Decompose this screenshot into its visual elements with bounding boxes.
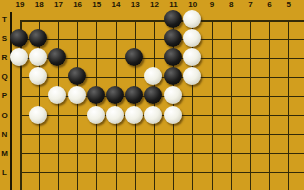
black-stone-11S[interactable] xyxy=(164,29,182,47)
white-stone-10Q[interactable] xyxy=(183,67,201,85)
column-label-9: 9 xyxy=(203,0,221,10)
grid-vline-13 xyxy=(135,20,136,190)
white-stone-12Q[interactable] xyxy=(144,67,162,85)
white-stone-11O[interactable] xyxy=(164,106,182,124)
column-label-13: 13 xyxy=(126,0,144,10)
black-stone-17R[interactable] xyxy=(48,48,66,66)
black-stone-12P[interactable] xyxy=(144,86,162,104)
column-label-7: 7 xyxy=(241,0,259,10)
black-stone-15P[interactable] xyxy=(87,86,105,104)
row-label-L: L xyxy=(0,168,9,178)
grid-vline-8 xyxy=(231,20,232,190)
grid-hline-Q xyxy=(20,77,304,78)
column-label-6: 6 xyxy=(261,0,279,10)
white-stone-15O[interactable] xyxy=(87,106,105,124)
grid-vline-12 xyxy=(154,20,155,190)
grid-hline-N xyxy=(20,134,304,135)
grid-vline-17 xyxy=(58,20,59,190)
column-label-18: 18 xyxy=(30,0,48,10)
row-label-M: M xyxy=(0,149,9,159)
black-stone-11Q[interactable] xyxy=(164,67,182,85)
go-board-view: 1918171615141312111098765 TSRQPONML xyxy=(0,0,304,190)
row-label-Q: Q xyxy=(0,72,9,82)
black-stone-11T[interactable] xyxy=(164,10,182,28)
column-label-16: 16 xyxy=(69,0,87,10)
white-stone-10S[interactable] xyxy=(183,29,201,47)
column-label-11: 11 xyxy=(165,0,183,10)
column-label-12: 12 xyxy=(145,0,163,10)
white-stone-18R[interactable] xyxy=(29,48,47,66)
black-stone-11R[interactable] xyxy=(164,48,182,66)
column-label-5: 5 xyxy=(280,0,298,10)
white-stone-11P[interactable] xyxy=(164,86,182,104)
white-stone-17P[interactable] xyxy=(48,86,66,104)
black-stone-13P[interactable] xyxy=(125,86,143,104)
black-stone-16Q[interactable] xyxy=(68,67,86,85)
column-label-15: 15 xyxy=(88,0,106,10)
grid-hline-O xyxy=(20,115,304,116)
column-label-19: 19 xyxy=(11,0,29,10)
black-stone-19S[interactable] xyxy=(10,29,28,47)
grid-vline-7 xyxy=(250,20,251,190)
grid-hline-L xyxy=(20,172,304,173)
grid-hline-S xyxy=(20,39,304,40)
column-label-8: 8 xyxy=(222,0,240,10)
white-stone-12O[interactable] xyxy=(144,106,162,124)
column-label-10: 10 xyxy=(184,0,202,10)
white-stone-18Q[interactable] xyxy=(29,67,47,85)
grid-hline-T xyxy=(20,20,304,22)
grid-vline-15 xyxy=(96,20,97,190)
white-stone-10R[interactable] xyxy=(183,48,201,66)
black-stone-14P[interactable] xyxy=(106,86,124,104)
column-label-17: 17 xyxy=(49,0,67,10)
black-stone-18S[interactable] xyxy=(29,29,47,47)
grid-hline-M xyxy=(20,153,304,154)
grid-vline-16 xyxy=(77,20,78,190)
row-label-P: P xyxy=(0,91,9,101)
grid-vline-5 xyxy=(288,20,289,190)
column-label-14: 14 xyxy=(107,0,125,10)
row-label-O: O xyxy=(0,111,9,121)
row-label-S: S xyxy=(0,34,9,44)
white-stone-16P[interactable] xyxy=(68,86,86,104)
grid-vline-6 xyxy=(269,20,270,190)
row-label-N: N xyxy=(0,130,9,140)
white-stone-13O[interactable] xyxy=(125,106,143,124)
grid-vline-14 xyxy=(116,20,117,190)
white-stone-14O[interactable] xyxy=(106,106,124,124)
row-label-T: T xyxy=(0,15,9,25)
row-label-R: R xyxy=(0,53,9,63)
white-stone-19R[interactable] xyxy=(10,48,28,66)
white-stone-10T[interactable] xyxy=(183,10,201,28)
white-stone-18O[interactable] xyxy=(29,106,47,124)
grid-vline-9 xyxy=(212,20,213,190)
black-stone-13R[interactable] xyxy=(125,48,143,66)
